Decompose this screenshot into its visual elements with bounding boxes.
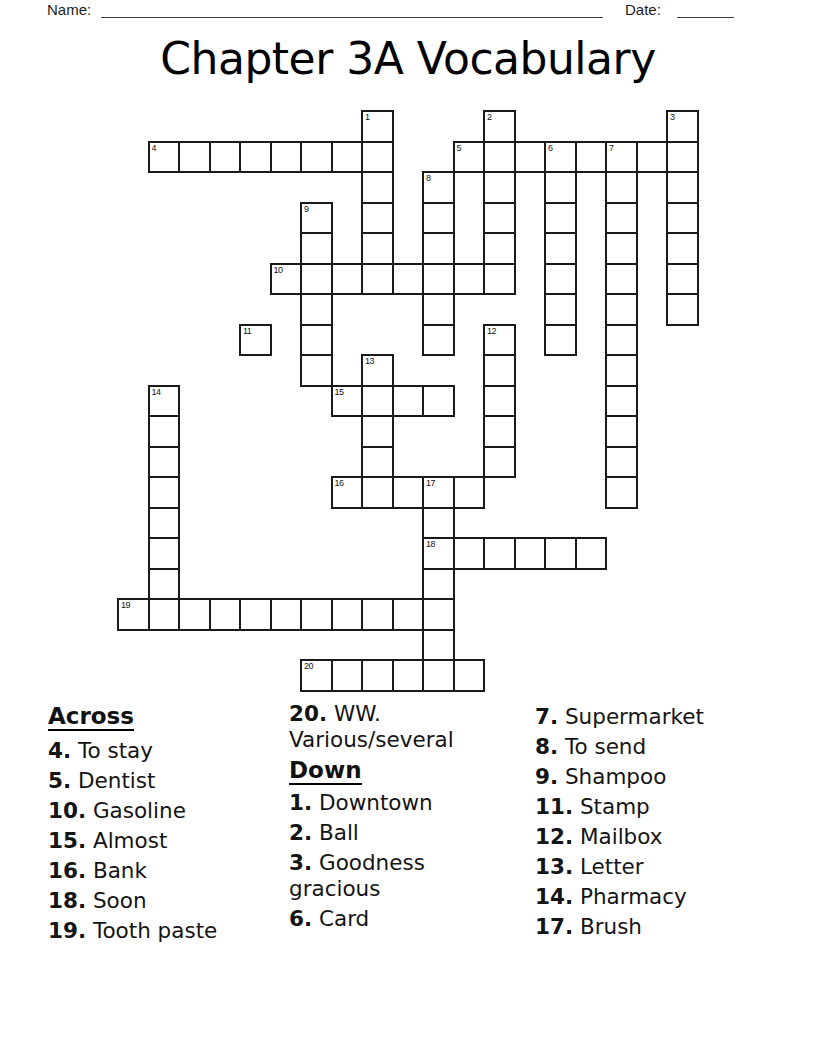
grid-cell[interactable]: 6 <box>544 141 577 174</box>
grid-cell[interactable]: 17 <box>422 476 455 509</box>
clue-number: 10. <box>48 798 86 823</box>
down-clues-list-1: 1. Downtown2. Ball3. Goodness gracious6.… <box>289 790 459 932</box>
grid-cell[interactable] <box>453 476 486 509</box>
cell-number: 16 <box>335 479 344 488</box>
grid-cell[interactable] <box>544 202 577 235</box>
grid-cell[interactable] <box>483 446 516 479</box>
grid-cell[interactable]: 16 <box>331 476 364 509</box>
clue-number: 6. <box>289 906 312 931</box>
grid-cell[interactable] <box>453 659 486 692</box>
grid-cell[interactable] <box>361 232 394 265</box>
clue-item: 5. Dentist <box>48 768 283 794</box>
cell-number: 14 <box>152 388 161 397</box>
clue-item: 18. Soon <box>48 888 283 914</box>
grid-cell[interactable] <box>605 171 638 204</box>
clue-item: 2. Ball <box>289 820 459 846</box>
grid-cell[interactable] <box>575 537 608 570</box>
grid-cell[interactable] <box>392 385 425 418</box>
grid-cell[interactable] <box>361 263 394 296</box>
grid-cell[interactable] <box>361 385 394 418</box>
grid-cell[interactable] <box>300 141 333 174</box>
grid-cell[interactable] <box>422 659 455 692</box>
clue-number: 5. <box>48 768 71 793</box>
clue-item: 13. Letter <box>535 854 765 880</box>
grid-cell[interactable] <box>483 263 516 296</box>
grid-cell[interactable] <box>483 141 516 174</box>
grid-cell[interactable]: 18 <box>422 537 455 570</box>
clue-item: 17. Brush <box>535 914 765 940</box>
clue-item: 1. Downtown <box>289 790 459 816</box>
grid-cell[interactable] <box>422 293 455 326</box>
clue-number: 4. <box>48 738 71 763</box>
grid-cell[interactable] <box>605 476 638 509</box>
clue-number: 7. <box>535 704 558 729</box>
grid-cell[interactable] <box>483 232 516 265</box>
grid-cell[interactable] <box>666 232 699 265</box>
grid-cell[interactable] <box>483 171 516 204</box>
grid-cell[interactable] <box>331 598 364 631</box>
grid-cell[interactable] <box>209 598 242 631</box>
clue-number: 1. <box>289 790 312 815</box>
clue-number: 15. <box>48 828 86 853</box>
clue-item: 9. Shampoo <box>535 764 765 790</box>
clue-item: 8. To send <box>535 734 765 760</box>
grid-cell[interactable] <box>483 537 516 570</box>
grid-cell[interactable] <box>300 232 333 265</box>
cell-number: 4 <box>152 144 157 153</box>
cell-number: 11 <box>243 327 251 336</box>
grid-cell[interactable] <box>483 415 516 448</box>
grid-cell[interactable] <box>544 263 577 296</box>
grid-cell[interactable] <box>361 476 394 509</box>
grid-cell[interactable] <box>392 598 425 631</box>
grid-cell[interactable] <box>361 171 394 204</box>
cell-number: 13 <box>365 357 374 366</box>
clue-item: 14. Pharmacy <box>535 884 765 910</box>
clue-number: 18. <box>48 888 86 913</box>
cell-number: 12 <box>487 327 496 336</box>
grid-cell[interactable] <box>178 598 211 631</box>
cell-number: 8 <box>426 174 431 183</box>
grid-cell[interactable] <box>544 293 577 326</box>
grid-cell[interactable]: 3 <box>666 110 699 143</box>
page-title: Chapter 3A Vocabulary <box>0 33 816 84</box>
grid-cell[interactable] <box>605 415 638 448</box>
grid-cell[interactable] <box>361 598 394 631</box>
clue-number: 12. <box>535 824 573 849</box>
grid-cell[interactable] <box>605 232 638 265</box>
cell-number: 18 <box>426 540 435 549</box>
name-label: Name: <box>47 1 91 18</box>
across-clues-column: Across 4. To stay5. Dentist10. Gasoline1… <box>48 703 283 948</box>
clue-item: 20. WW. Various/several <box>289 701 459 753</box>
cell-number: 1 <box>365 113 370 122</box>
across-clues-list-2: 20. WW. Various/several <box>289 701 459 753</box>
grid-cell[interactable] <box>544 232 577 265</box>
grid-cell[interactable] <box>544 171 577 204</box>
grid-cell[interactable] <box>544 324 577 357</box>
grid-cell[interactable] <box>300 354 333 387</box>
cell-number: 15 <box>335 388 344 397</box>
grid-cell[interactable] <box>331 659 364 692</box>
clue-number: 16. <box>48 858 86 883</box>
grid-cell[interactable] <box>392 659 425 692</box>
grid-cell[interactable] <box>483 385 516 418</box>
clue-item: 4. To stay <box>48 738 283 764</box>
clue-number: 19. <box>48 918 86 943</box>
cell-number: 6 <box>548 144 553 153</box>
grid-cell[interactable]: 5 <box>453 141 486 174</box>
cell-number: 17 <box>426 479 435 488</box>
clue-item: 6. Card <box>289 906 459 932</box>
clue-number: 17. <box>535 914 573 939</box>
grid-cell[interactable] <box>239 141 272 174</box>
grid-cell[interactable]: 2 <box>483 110 516 143</box>
grid-cell[interactable] <box>422 324 455 357</box>
grid-cell[interactable] <box>392 476 425 509</box>
grid-cell[interactable] <box>422 263 455 296</box>
worksheet-page: { "game": "crossword", "title": "Chapter… <box>0 0 816 1056</box>
grid-cell[interactable] <box>605 263 638 296</box>
grid-cell[interactable]: 19 <box>117 598 150 631</box>
cell-number: 2 <box>487 113 492 122</box>
grid-cell[interactable]: 15 <box>331 385 364 418</box>
grid-cell[interactable] <box>422 202 455 235</box>
grid-cell[interactable] <box>361 659 394 692</box>
across-heading: Across <box>48 703 283 729</box>
grid-cell[interactable] <box>605 324 638 357</box>
grid-cell[interactable] <box>666 263 699 296</box>
grid-cell[interactable] <box>331 263 364 296</box>
cell-number: 9 <box>304 205 309 214</box>
clue-number: 14. <box>535 884 573 909</box>
grid-cell[interactable] <box>361 415 394 448</box>
grid-cell[interactable] <box>666 202 699 235</box>
grid-cell[interactable] <box>666 171 699 204</box>
grid-cell[interactable] <box>148 507 181 540</box>
grid-cell[interactable] <box>605 202 638 235</box>
grid-cell[interactable]: 20 <box>300 659 333 692</box>
grid-cell[interactable] <box>605 354 638 387</box>
grid-cell[interactable] <box>270 141 303 174</box>
grid-cell[interactable]: 1 <box>361 110 394 143</box>
grid-cell[interactable] <box>422 598 455 631</box>
grid-cell[interactable] <box>453 537 486 570</box>
clue-item: 10. Gasoline <box>48 798 283 824</box>
grid-cell[interactable] <box>331 141 364 174</box>
grid-cell[interactable] <box>544 537 577 570</box>
grid-cell[interactable]: 10 <box>270 263 303 296</box>
grid-cell[interactable] <box>178 141 211 174</box>
grid-cell[interactable] <box>148 568 181 601</box>
grid-cell[interactable]: 8 <box>422 171 455 204</box>
cell-number: 10 <box>274 266 283 275</box>
clue-item: 15. Almost <box>48 828 283 854</box>
grid-cell[interactable] <box>605 446 638 479</box>
grid-cell[interactable] <box>300 598 333 631</box>
middle-clues-column: 20. WW. Various/several Down 1. Downtown… <box>289 701 459 936</box>
clue-item: 16. Bank <box>48 858 283 884</box>
grid-cell[interactable] <box>666 293 699 326</box>
grid-cell[interactable] <box>483 354 516 387</box>
cell-number: 3 <box>670 113 675 122</box>
grid-cell[interactable] <box>300 293 333 326</box>
cell-number: 19 <box>121 601 130 610</box>
grid-cell[interactable] <box>148 537 181 570</box>
grid-cell[interactable] <box>148 598 181 631</box>
cell-number: 7 <box>609 144 614 153</box>
grid-cell[interactable] <box>392 263 425 296</box>
grid-cell[interactable] <box>361 202 394 235</box>
grid-cell[interactable]: 13 <box>361 354 394 387</box>
cell-number: 20 <box>304 662 313 671</box>
date-blank-line <box>677 17 734 18</box>
grid-cell[interactable] <box>300 324 333 357</box>
name-blank-line <box>101 17 603 18</box>
grid-cell[interactable]: 9 <box>300 202 333 235</box>
grid-cell[interactable] <box>636 141 669 174</box>
clue-number: 2. <box>289 820 312 845</box>
grid-cell[interactable] <box>514 141 547 174</box>
grid-cell[interactable] <box>270 598 303 631</box>
clue-number: 11. <box>535 794 573 819</box>
grid-cell[interactable] <box>422 568 455 601</box>
clue-item: 12. Mailbox <box>535 824 765 850</box>
grid-cell[interactable] <box>209 141 242 174</box>
clue-number: 20. <box>289 701 327 726</box>
grid-cell[interactable] <box>300 263 333 296</box>
cell-number: 5 <box>457 144 462 153</box>
grid-cell[interactable]: 14 <box>148 385 181 418</box>
down-clues-column: 7. Supermarket8. To send9. Shampoo11. St… <box>535 704 765 944</box>
grid-cell[interactable]: 7 <box>605 141 638 174</box>
grid-cell[interactable] <box>605 385 638 418</box>
clue-number: 3. <box>289 850 312 875</box>
grid-cell[interactable] <box>666 141 699 174</box>
grid-cell[interactable] <box>239 598 272 631</box>
clue-item: 19. Tooth paste <box>48 918 283 944</box>
grid-cell[interactable] <box>361 446 394 479</box>
clue-number: 13. <box>535 854 573 879</box>
clue-item: 11. Stamp <box>535 794 765 820</box>
down-heading: Down <box>289 757 459 783</box>
clue-item: 3. Goodness gracious <box>289 850 459 902</box>
grid-cell[interactable] <box>422 629 455 662</box>
down-clues-list-2: 7. Supermarket8. To send9. Shampoo11. St… <box>535 704 765 940</box>
date-label: Date: <box>625 1 661 18</box>
grid-cell[interactable] <box>483 202 516 235</box>
grid-cell[interactable] <box>422 507 455 540</box>
clue-item: 7. Supermarket <box>535 704 765 730</box>
grid-cell[interactable] <box>361 141 394 174</box>
grid-cell[interactable] <box>148 446 181 479</box>
grid-cell[interactable]: 12 <box>483 324 516 357</box>
clue-number: 9. <box>535 764 558 789</box>
grid-cell[interactable]: 11 <box>239 324 272 357</box>
grid-cell[interactable] <box>422 385 455 418</box>
clue-number: 8. <box>535 734 558 759</box>
grid-cell[interactable] <box>514 537 547 570</box>
grid-cell[interactable] <box>422 232 455 265</box>
grid-cell[interactable] <box>453 263 486 296</box>
across-clues-list-1: 4. To stay5. Dentist10. Gasoline15. Almo… <box>48 738 283 944</box>
grid-cell[interactable] <box>605 293 638 326</box>
grid-cell[interactable]: 4 <box>148 141 181 174</box>
grid-cell[interactable] <box>575 141 608 174</box>
crossword-grid: 1234567891011121314151617181920 <box>117 110 699 692</box>
grid-cell[interactable] <box>148 415 181 448</box>
grid-cell[interactable] <box>148 476 181 509</box>
